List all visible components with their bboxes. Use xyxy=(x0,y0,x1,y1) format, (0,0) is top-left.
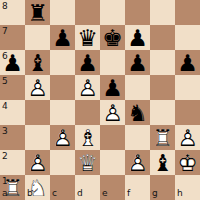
file-label-a: a xyxy=(2,189,8,198)
black-bishop[interactable]: ♝ xyxy=(150,150,175,175)
square-e5[interactable]: ♟ xyxy=(100,75,125,100)
square-f7[interactable]: ♟ xyxy=(125,25,150,50)
white-pawn[interactable]: ♙ xyxy=(25,150,50,175)
square-b3[interactable] xyxy=(25,125,50,150)
square-b7[interactable] xyxy=(25,25,50,50)
square-b5[interactable]: ♟♙ xyxy=(25,75,50,100)
square-c6[interactable] xyxy=(50,50,75,75)
black-king[interactable]: ♚ xyxy=(100,25,125,50)
square-a8[interactable]: 8 xyxy=(0,0,25,25)
chess-board: 8♜7♟♛♚♟6♟♝♟♟♟5♟♙♟♙♟4♟♙♞3♟♙♝♗♜♖♟♙2♟♙♛♕♟♙♝… xyxy=(0,0,200,200)
file-label-c: c xyxy=(52,189,57,198)
square-d4[interactable] xyxy=(75,100,100,125)
file-label-h: h xyxy=(177,189,183,198)
black-pawn[interactable]: ♟ xyxy=(50,25,75,50)
rank-label-1: 1 xyxy=(2,177,8,186)
square-b4[interactable] xyxy=(25,100,50,125)
square-d6[interactable]: ♟ xyxy=(75,50,100,75)
square-e8[interactable] xyxy=(100,0,125,25)
square-h8[interactable] xyxy=(175,0,200,25)
square-h7[interactable] xyxy=(175,25,200,50)
square-a7[interactable]: 7 xyxy=(0,25,25,50)
square-g2[interactable]: ♝ xyxy=(150,150,175,175)
square-g4[interactable] xyxy=(150,100,175,125)
rank-label-7: 7 xyxy=(2,27,8,36)
rank-label-8: 8 xyxy=(2,2,8,11)
rank-label-6: 6 xyxy=(2,52,8,61)
black-queen[interactable]: ♛ xyxy=(75,25,100,50)
rank-label-4: 4 xyxy=(2,102,8,111)
chess-board-screenshot: 8♜7♟♛♚♟6♟♝♟♟♟5♟♙♟♙♟4♟♙♞3♟♙♝♗♜♖♟♙2♟♙♛♕♟♙♝… xyxy=(0,0,200,200)
file-label-g: g xyxy=(152,189,158,198)
rank-label-3: 3 xyxy=(2,127,8,136)
square-f2[interactable]: ♟♙ xyxy=(125,150,150,175)
square-e1[interactable]: e xyxy=(100,175,125,200)
square-h3[interactable]: ♟♙ xyxy=(175,125,200,150)
white-pawn[interactable]: ♙ xyxy=(100,100,125,125)
file-label-d: d xyxy=(77,189,83,198)
square-a1[interactable]: 1a♜♖ xyxy=(0,175,25,200)
square-g3[interactable]: ♜♖ xyxy=(150,125,175,150)
square-c4[interactable] xyxy=(50,100,75,125)
black-rook[interactable]: ♜ xyxy=(25,0,50,25)
rank-label-5: 5 xyxy=(2,77,8,86)
square-b8[interactable]: ♜ xyxy=(25,0,50,25)
square-b6[interactable]: ♝ xyxy=(25,50,50,75)
square-g5[interactable] xyxy=(150,75,175,100)
square-c1[interactable]: c xyxy=(50,175,75,200)
square-c7[interactable]: ♟ xyxy=(50,25,75,50)
square-b2[interactable]: ♟♙ xyxy=(25,150,50,175)
square-h6[interactable]: ♟ xyxy=(175,50,200,75)
square-a5[interactable]: 5 xyxy=(0,75,25,100)
white-pawn[interactable]: ♙ xyxy=(25,75,50,100)
square-d5[interactable]: ♟♙ xyxy=(75,75,100,100)
square-f8[interactable] xyxy=(125,0,150,25)
square-h4[interactable] xyxy=(175,100,200,125)
square-h5[interactable] xyxy=(175,75,200,100)
square-f1[interactable]: f xyxy=(125,175,150,200)
square-a4[interactable]: 4 xyxy=(0,100,25,125)
square-e2[interactable] xyxy=(100,150,125,175)
square-f5[interactable] xyxy=(125,75,150,100)
black-pawn[interactable]: ♟ xyxy=(75,50,100,75)
square-b1[interactable]: b♞♘ xyxy=(25,175,50,200)
white-pawn[interactable]: ♙ xyxy=(175,125,200,150)
square-f4[interactable]: ♞ xyxy=(125,100,150,125)
square-g6[interactable] xyxy=(150,50,175,75)
square-f6[interactable]: ♟ xyxy=(125,50,150,75)
white-king[interactable]: ♔ xyxy=(175,150,200,175)
file-label-b: b xyxy=(27,189,33,198)
square-d2[interactable]: ♛♕ xyxy=(75,150,100,175)
square-e3[interactable] xyxy=(100,125,125,150)
white-rook[interactable]: ♖ xyxy=(150,125,175,150)
black-bishop[interactable]: ♝ xyxy=(25,50,50,75)
square-g1[interactable]: g xyxy=(150,175,175,200)
square-a2[interactable]: 2 xyxy=(0,150,25,175)
square-d7[interactable]: ♛ xyxy=(75,25,100,50)
square-a6[interactable]: 6♟ xyxy=(0,50,25,75)
square-c2[interactable] xyxy=(50,150,75,175)
square-g8[interactable] xyxy=(150,0,175,25)
square-d1[interactable]: d xyxy=(75,175,100,200)
square-c3[interactable]: ♟♙ xyxy=(50,125,75,150)
square-h2[interactable]: ♚♔ xyxy=(175,150,200,175)
square-a3[interactable]: 3 xyxy=(0,125,25,150)
white-pawn[interactable]: ♙ xyxy=(125,150,150,175)
square-e6[interactable] xyxy=(100,50,125,75)
black-pawn[interactable]: ♟ xyxy=(100,75,125,100)
white-pawn[interactable]: ♙ xyxy=(75,75,100,100)
black-pawn[interactable]: ♟ xyxy=(125,25,150,50)
square-g7[interactable] xyxy=(150,25,175,50)
black-pawn[interactable]: ♟ xyxy=(125,50,150,75)
square-e4[interactable]: ♟♙ xyxy=(100,100,125,125)
square-f3[interactable] xyxy=(125,125,150,150)
file-label-e: e xyxy=(102,189,108,198)
white-pawn[interactable]: ♙ xyxy=(50,125,75,150)
black-knight[interactable]: ♞ xyxy=(125,100,150,125)
square-c5[interactable] xyxy=(50,75,75,100)
rank-label-2: 2 xyxy=(2,152,8,161)
square-e7[interactable]: ♚ xyxy=(100,25,125,50)
square-d3[interactable]: ♝♗ xyxy=(75,125,100,150)
black-pawn[interactable]: ♟ xyxy=(175,50,200,75)
file-label-f: f xyxy=(127,189,130,198)
white-queen[interactable]: ♕ xyxy=(75,150,100,175)
square-h1[interactable]: h xyxy=(175,175,200,200)
white-bishop[interactable]: ♗ xyxy=(75,125,100,150)
square-c8[interactable] xyxy=(50,0,75,25)
square-d8[interactable] xyxy=(75,0,100,25)
